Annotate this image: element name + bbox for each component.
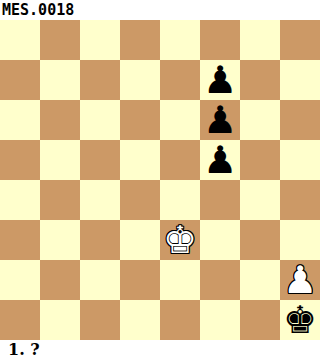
square-f8[interactable] — [200, 20, 240, 60]
square-e5[interactable] — [160, 140, 200, 180]
square-e1[interactable] — [160, 300, 200, 340]
square-b2[interactable] — [40, 260, 80, 300]
square-h7[interactable] — [280, 60, 320, 100]
square-e3[interactable]: ♚ — [160, 220, 200, 260]
black-king-piece: ♚ — [283, 301, 317, 339]
square-d3[interactable] — [120, 220, 160, 260]
square-c2[interactable] — [80, 260, 120, 300]
white-king-piece: ♚ — [163, 221, 197, 259]
square-e4[interactable] — [160, 180, 200, 220]
square-c3[interactable] — [80, 220, 120, 260]
square-b4[interactable] — [40, 180, 80, 220]
chess-board: ♟♟♟♚♟♚ — [0, 20, 320, 340]
square-h2[interactable]: ♟ — [280, 260, 320, 300]
square-h3[interactable] — [280, 220, 320, 260]
square-b7[interactable] — [40, 60, 80, 100]
diagram-title: MES.0018 — [2, 0, 74, 20]
square-b5[interactable] — [40, 140, 80, 180]
white-pawn-piece: ♟ — [283, 261, 317, 299]
diagram-footer: 1. ? — [0, 340, 320, 360]
square-d1[interactable] — [120, 300, 160, 340]
square-a4[interactable] — [0, 180, 40, 220]
square-c6[interactable] — [80, 100, 120, 140]
square-e8[interactable] — [160, 20, 200, 60]
square-f5[interactable]: ♟ — [200, 140, 240, 180]
square-h6[interactable] — [280, 100, 320, 140]
square-e2[interactable] — [160, 260, 200, 300]
square-f3[interactable] — [200, 220, 240, 260]
diagram-header: MES.0018 — [0, 0, 320, 20]
square-d2[interactable] — [120, 260, 160, 300]
square-g3[interactable] — [240, 220, 280, 260]
square-b6[interactable] — [40, 100, 80, 140]
square-a3[interactable] — [0, 220, 40, 260]
square-c1[interactable] — [80, 300, 120, 340]
square-d7[interactable] — [120, 60, 160, 100]
square-h8[interactable] — [280, 20, 320, 60]
square-a2[interactable] — [0, 260, 40, 300]
square-b8[interactable] — [40, 20, 80, 60]
square-a7[interactable] — [0, 60, 40, 100]
square-h5[interactable] — [280, 140, 320, 180]
square-d8[interactable] — [120, 20, 160, 60]
square-h1[interactable]: ♚ — [280, 300, 320, 340]
move-prompt: 1. ? — [8, 340, 40, 360]
square-f6[interactable]: ♟ — [200, 100, 240, 140]
black-pawn-piece: ♟ — [203, 141, 237, 179]
square-g2[interactable] — [240, 260, 280, 300]
square-e6[interactable] — [160, 100, 200, 140]
square-a1[interactable] — [0, 300, 40, 340]
square-b1[interactable] — [40, 300, 80, 340]
square-a6[interactable] — [0, 100, 40, 140]
square-f2[interactable] — [200, 260, 240, 300]
black-pawn-piece: ♟ — [203, 101, 237, 139]
square-h4[interactable] — [280, 180, 320, 220]
square-d6[interactable] — [120, 100, 160, 140]
square-f7[interactable]: ♟ — [200, 60, 240, 100]
square-d4[interactable] — [120, 180, 160, 220]
square-a5[interactable] — [0, 140, 40, 180]
square-b3[interactable] — [40, 220, 80, 260]
square-e7[interactable] — [160, 60, 200, 100]
square-c8[interactable] — [80, 20, 120, 60]
square-g8[interactable] — [240, 20, 280, 60]
square-g1[interactable] — [240, 300, 280, 340]
square-a8[interactable] — [0, 20, 40, 60]
square-g7[interactable] — [240, 60, 280, 100]
square-g4[interactable] — [240, 180, 280, 220]
square-g5[interactable] — [240, 140, 280, 180]
square-c4[interactable] — [80, 180, 120, 220]
square-g6[interactable] — [240, 100, 280, 140]
square-f4[interactable] — [200, 180, 240, 220]
black-pawn-piece: ♟ — [203, 61, 237, 99]
square-c7[interactable] — [80, 60, 120, 100]
square-d5[interactable] — [120, 140, 160, 180]
chess-diagram-page: MES.0018 ♟♟♟♚♟♚ 1. ? — [0, 0, 320, 360]
square-f1[interactable] — [200, 300, 240, 340]
square-c5[interactable] — [80, 140, 120, 180]
